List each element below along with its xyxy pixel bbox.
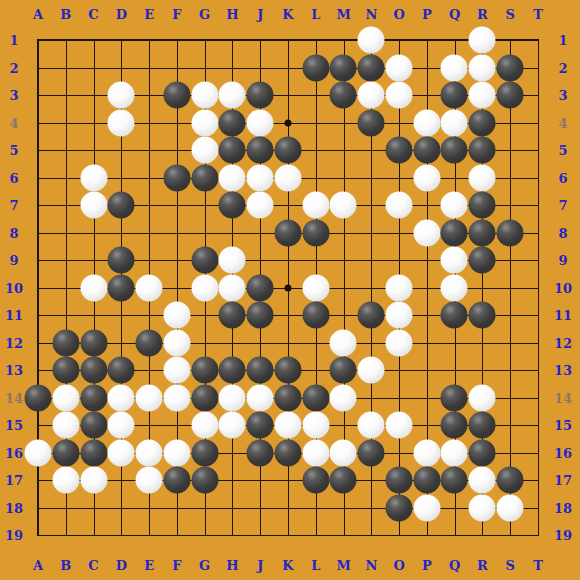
- intersection-O6[interactable]: [385, 164, 413, 192]
- intersection-T7[interactable]: [524, 191, 552, 219]
- intersection-P9[interactable]: [413, 246, 441, 274]
- intersection-P12[interactable]: [413, 329, 441, 357]
- intersection-H2[interactable]: [218, 54, 246, 82]
- intersection-L5[interactable]: [302, 136, 330, 164]
- intersection-N3[interactable]: [357, 81, 385, 109]
- intersection-D5[interactable]: [107, 136, 135, 164]
- intersection-D9[interactable]: [107, 246, 135, 274]
- intersection-O16[interactable]: [385, 439, 413, 467]
- intersection-K18[interactable]: [274, 494, 302, 522]
- intersection-T13[interactable]: [524, 356, 552, 384]
- intersection-R7[interactable]: [468, 191, 496, 219]
- intersection-F8[interactable]: [163, 219, 191, 247]
- intersection-G5[interactable]: [191, 136, 219, 164]
- intersection-C19[interactable]: [80, 521, 108, 549]
- intersection-L14[interactable]: [302, 384, 330, 412]
- intersection-Q9[interactable]: [441, 246, 469, 274]
- intersection-C1[interactable]: [80, 26, 108, 54]
- intersection-A3[interactable]: [24, 81, 52, 109]
- intersection-S16[interactable]: [496, 439, 524, 467]
- intersection-M1[interactable]: [330, 26, 358, 54]
- intersection-E7[interactable]: [135, 191, 163, 219]
- intersection-S7[interactable]: [496, 191, 524, 219]
- intersection-B7[interactable]: [52, 191, 80, 219]
- intersection-G14[interactable]: [191, 384, 219, 412]
- intersection-Q2[interactable]: [441, 54, 469, 82]
- intersection-N17[interactable]: [357, 466, 385, 494]
- intersection-G11[interactable]: [191, 301, 219, 329]
- intersection-D17[interactable]: [107, 466, 135, 494]
- intersection-Q11[interactable]: [441, 301, 469, 329]
- intersection-N15[interactable]: [357, 411, 385, 439]
- intersection-Q16[interactable]: [441, 439, 469, 467]
- intersection-J10[interactable]: [246, 274, 274, 302]
- intersection-R6[interactable]: [468, 164, 496, 192]
- intersection-M11[interactable]: [330, 301, 358, 329]
- intersection-L16[interactable]: [302, 439, 330, 467]
- intersection-Q19[interactable]: [441, 521, 469, 549]
- intersection-L12[interactable]: [302, 329, 330, 357]
- intersection-S5[interactable]: [496, 136, 524, 164]
- intersection-C15[interactable]: [80, 411, 108, 439]
- intersection-B13[interactable]: [52, 356, 80, 384]
- intersection-L8[interactable]: [302, 219, 330, 247]
- intersection-J6[interactable]: [246, 164, 274, 192]
- intersection-M17[interactable]: [330, 466, 358, 494]
- intersection-N18[interactable]: [357, 494, 385, 522]
- intersection-E3[interactable]: [135, 81, 163, 109]
- intersection-K10[interactable]: [274, 274, 302, 302]
- intersection-J3[interactable]: [246, 81, 274, 109]
- intersection-P8[interactable]: [413, 219, 441, 247]
- intersection-F18[interactable]: [163, 494, 191, 522]
- intersection-E13[interactable]: [135, 356, 163, 384]
- intersection-H19[interactable]: [218, 521, 246, 549]
- intersection-T1[interactable]: [524, 26, 552, 54]
- intersection-B5[interactable]: [52, 136, 80, 164]
- intersection-K9[interactable]: [274, 246, 302, 274]
- intersection-H12[interactable]: [218, 329, 246, 357]
- intersection-L2[interactable]: [302, 54, 330, 82]
- intersection-E14[interactable]: [135, 384, 163, 412]
- intersection-K7[interactable]: [274, 191, 302, 219]
- intersection-M10[interactable]: [330, 274, 358, 302]
- intersection-J11[interactable]: [246, 301, 274, 329]
- intersection-J2[interactable]: [246, 54, 274, 82]
- intersection-F17[interactable]: [163, 466, 191, 494]
- intersection-O4[interactable]: [385, 109, 413, 137]
- intersection-A19[interactable]: [24, 521, 52, 549]
- intersection-S3[interactable]: [496, 81, 524, 109]
- intersection-T2[interactable]: [524, 54, 552, 82]
- intersection-D13[interactable]: [107, 356, 135, 384]
- intersection-E9[interactable]: [135, 246, 163, 274]
- intersection-R18[interactable]: [468, 494, 496, 522]
- intersection-K3[interactable]: [274, 81, 302, 109]
- intersection-R5[interactable]: [468, 136, 496, 164]
- intersection-A13[interactable]: [24, 356, 52, 384]
- intersection-C18[interactable]: [80, 494, 108, 522]
- intersection-O11[interactable]: [385, 301, 413, 329]
- intersection-K17[interactable]: [274, 466, 302, 494]
- intersection-S9[interactable]: [496, 246, 524, 274]
- intersection-D14[interactable]: [107, 384, 135, 412]
- intersection-F15[interactable]: [163, 411, 191, 439]
- intersection-M12[interactable]: [330, 329, 358, 357]
- intersection-T11[interactable]: [524, 301, 552, 329]
- intersection-O14[interactable]: [385, 384, 413, 412]
- intersection-R12[interactable]: [468, 329, 496, 357]
- intersection-G4[interactable]: [191, 109, 219, 137]
- intersection-M13[interactable]: [330, 356, 358, 384]
- intersection-N4[interactable]: [357, 109, 385, 137]
- intersection-K14[interactable]: [274, 384, 302, 412]
- intersection-O19[interactable]: [385, 521, 413, 549]
- intersection-R4[interactable]: [468, 109, 496, 137]
- intersection-T3[interactable]: [524, 81, 552, 109]
- intersection-A4[interactable]: [24, 109, 52, 137]
- intersection-H16[interactable]: [218, 439, 246, 467]
- intersection-R8[interactable]: [468, 219, 496, 247]
- intersection-C12[interactable]: [80, 329, 108, 357]
- intersection-B10[interactable]: [52, 274, 80, 302]
- intersection-N19[interactable]: [357, 521, 385, 549]
- intersection-R10[interactable]: [468, 274, 496, 302]
- intersection-L13[interactable]: [302, 356, 330, 384]
- intersection-J7[interactable]: [246, 191, 274, 219]
- intersection-K16[interactable]: [274, 439, 302, 467]
- intersection-B6[interactable]: [52, 164, 80, 192]
- intersection-S10[interactable]: [496, 274, 524, 302]
- intersection-C8[interactable]: [80, 219, 108, 247]
- intersection-S14[interactable]: [496, 384, 524, 412]
- intersection-R3[interactable]: [468, 81, 496, 109]
- intersection-G13[interactable]: [191, 356, 219, 384]
- intersection-Q8[interactable]: [441, 219, 469, 247]
- intersection-A8[interactable]: [24, 219, 52, 247]
- intersection-O12[interactable]: [385, 329, 413, 357]
- intersection-M19[interactable]: [330, 521, 358, 549]
- intersection-S6[interactable]: [496, 164, 524, 192]
- intersection-D10[interactable]: [107, 274, 135, 302]
- intersection-B15[interactable]: [52, 411, 80, 439]
- intersection-P2[interactable]: [413, 54, 441, 82]
- intersection-O1[interactable]: [385, 26, 413, 54]
- intersection-L3[interactable]: [302, 81, 330, 109]
- intersection-Q5[interactable]: [441, 136, 469, 164]
- intersection-E19[interactable]: [135, 521, 163, 549]
- intersection-M16[interactable]: [330, 439, 358, 467]
- intersection-F9[interactable]: [163, 246, 191, 274]
- intersection-Q3[interactable]: [441, 81, 469, 109]
- intersection-B18[interactable]: [52, 494, 80, 522]
- intersection-S4[interactable]: [496, 109, 524, 137]
- intersection-P6[interactable]: [413, 164, 441, 192]
- intersection-N1[interactable]: [357, 26, 385, 54]
- intersection-C17[interactable]: [80, 466, 108, 494]
- intersection-S18[interactable]: [496, 494, 524, 522]
- intersection-K15[interactable]: [274, 411, 302, 439]
- intersection-E12[interactable]: [135, 329, 163, 357]
- intersection-J9[interactable]: [246, 246, 274, 274]
- intersection-D4[interactable]: [107, 109, 135, 137]
- intersection-K4[interactable]: [274, 109, 302, 137]
- intersection-S8[interactable]: [496, 219, 524, 247]
- intersection-F2[interactable]: [163, 54, 191, 82]
- intersection-M4[interactable]: [330, 109, 358, 137]
- intersection-G9[interactable]: [191, 246, 219, 274]
- intersection-A18[interactable]: [24, 494, 52, 522]
- intersection-P11[interactable]: [413, 301, 441, 329]
- intersection-F1[interactable]: [163, 26, 191, 54]
- intersection-T19[interactable]: [524, 521, 552, 549]
- intersection-J13[interactable]: [246, 356, 274, 384]
- intersection-H15[interactable]: [218, 411, 246, 439]
- intersection-J19[interactable]: [246, 521, 274, 549]
- intersection-Q12[interactable]: [441, 329, 469, 357]
- intersection-G6[interactable]: [191, 164, 219, 192]
- intersection-M18[interactable]: [330, 494, 358, 522]
- intersection-A5[interactable]: [24, 136, 52, 164]
- intersection-A16[interactable]: [24, 439, 52, 467]
- intersection-L1[interactable]: [302, 26, 330, 54]
- intersection-A10[interactable]: [24, 274, 52, 302]
- intersection-O5[interactable]: [385, 136, 413, 164]
- intersection-R9[interactable]: [468, 246, 496, 274]
- intersection-L19[interactable]: [302, 521, 330, 549]
- intersection-K12[interactable]: [274, 329, 302, 357]
- intersection-E4[interactable]: [135, 109, 163, 137]
- intersection-D3[interactable]: [107, 81, 135, 109]
- intersection-O18[interactable]: [385, 494, 413, 522]
- intersection-C10[interactable]: [80, 274, 108, 302]
- intersection-T15[interactable]: [524, 411, 552, 439]
- intersection-Q17[interactable]: [441, 466, 469, 494]
- intersection-T14[interactable]: [524, 384, 552, 412]
- intersection-L18[interactable]: [302, 494, 330, 522]
- intersection-K11[interactable]: [274, 301, 302, 329]
- intersection-J8[interactable]: [246, 219, 274, 247]
- intersection-H3[interactable]: [218, 81, 246, 109]
- intersection-G19[interactable]: [191, 521, 219, 549]
- intersection-A15[interactable]: [24, 411, 52, 439]
- intersection-T5[interactable]: [524, 136, 552, 164]
- intersection-T18[interactable]: [524, 494, 552, 522]
- intersection-B2[interactable]: [52, 54, 80, 82]
- intersection-O2[interactable]: [385, 54, 413, 82]
- intersection-C2[interactable]: [80, 54, 108, 82]
- intersection-G8[interactable]: [191, 219, 219, 247]
- intersection-M15[interactable]: [330, 411, 358, 439]
- intersection-H11[interactable]: [218, 301, 246, 329]
- intersection-B4[interactable]: [52, 109, 80, 137]
- intersection-P16[interactable]: [413, 439, 441, 467]
- intersection-J4[interactable]: [246, 109, 274, 137]
- intersection-S13[interactable]: [496, 356, 524, 384]
- intersection-A2[interactable]: [24, 54, 52, 82]
- intersection-H9[interactable]: [218, 246, 246, 274]
- intersection-S1[interactable]: [496, 26, 524, 54]
- intersection-N2[interactable]: [357, 54, 385, 82]
- intersection-Q6[interactable]: [441, 164, 469, 192]
- intersection-M3[interactable]: [330, 81, 358, 109]
- intersection-E1[interactable]: [135, 26, 163, 54]
- intersection-R16[interactable]: [468, 439, 496, 467]
- intersection-E8[interactable]: [135, 219, 163, 247]
- intersection-R2[interactable]: [468, 54, 496, 82]
- intersection-K8[interactable]: [274, 219, 302, 247]
- intersection-L17[interactable]: [302, 466, 330, 494]
- intersection-E15[interactable]: [135, 411, 163, 439]
- intersection-G10[interactable]: [191, 274, 219, 302]
- intersection-M8[interactable]: [330, 219, 358, 247]
- intersection-F4[interactable]: [163, 109, 191, 137]
- intersection-P7[interactable]: [413, 191, 441, 219]
- intersection-A17[interactable]: [24, 466, 52, 494]
- intersection-G15[interactable]: [191, 411, 219, 439]
- intersection-K5[interactable]: [274, 136, 302, 164]
- intersection-R17[interactable]: [468, 466, 496, 494]
- intersection-D1[interactable]: [107, 26, 135, 54]
- intersection-S15[interactable]: [496, 411, 524, 439]
- intersection-E16[interactable]: [135, 439, 163, 467]
- intersection-T6[interactable]: [524, 164, 552, 192]
- intersection-M7[interactable]: [330, 191, 358, 219]
- intersection-F7[interactable]: [163, 191, 191, 219]
- intersection-L4[interactable]: [302, 109, 330, 137]
- intersection-L15[interactable]: [302, 411, 330, 439]
- intersection-B11[interactable]: [52, 301, 80, 329]
- intersection-T10[interactable]: [524, 274, 552, 302]
- intersection-J15[interactable]: [246, 411, 274, 439]
- intersection-O10[interactable]: [385, 274, 413, 302]
- intersection-D8[interactable]: [107, 219, 135, 247]
- intersection-N12[interactable]: [357, 329, 385, 357]
- intersection-B3[interactable]: [52, 81, 80, 109]
- intersection-J5[interactable]: [246, 136, 274, 164]
- intersection-P3[interactable]: [413, 81, 441, 109]
- intersection-C5[interactable]: [80, 136, 108, 164]
- intersection-R15[interactable]: [468, 411, 496, 439]
- intersection-C7[interactable]: [80, 191, 108, 219]
- intersection-K19[interactable]: [274, 521, 302, 549]
- intersection-N6[interactable]: [357, 164, 385, 192]
- intersection-F19[interactable]: [163, 521, 191, 549]
- intersection-F14[interactable]: [163, 384, 191, 412]
- intersection-Q13[interactable]: [441, 356, 469, 384]
- intersection-G3[interactable]: [191, 81, 219, 109]
- intersection-O7[interactable]: [385, 191, 413, 219]
- intersection-S2[interactable]: [496, 54, 524, 82]
- intersection-A6[interactable]: [24, 164, 52, 192]
- intersection-L10[interactable]: [302, 274, 330, 302]
- intersection-K13[interactable]: [274, 356, 302, 384]
- intersection-P17[interactable]: [413, 466, 441, 494]
- intersection-J14[interactable]: [246, 384, 274, 412]
- intersection-H6[interactable]: [218, 164, 246, 192]
- intersection-P1[interactable]: [413, 26, 441, 54]
- intersection-M9[interactable]: [330, 246, 358, 274]
- intersection-F5[interactable]: [163, 136, 191, 164]
- intersection-D19[interactable]: [107, 521, 135, 549]
- intersection-B14[interactable]: [52, 384, 80, 412]
- intersection-A7[interactable]: [24, 191, 52, 219]
- intersection-D11[interactable]: [107, 301, 135, 329]
- intersection-G17[interactable]: [191, 466, 219, 494]
- intersection-C9[interactable]: [80, 246, 108, 274]
- intersection-N8[interactable]: [357, 219, 385, 247]
- intersection-L6[interactable]: [302, 164, 330, 192]
- intersection-P5[interactable]: [413, 136, 441, 164]
- intersection-T4[interactable]: [524, 109, 552, 137]
- intersection-Q7[interactable]: [441, 191, 469, 219]
- intersection-E10[interactable]: [135, 274, 163, 302]
- intersection-G12[interactable]: [191, 329, 219, 357]
- intersection-S19[interactable]: [496, 521, 524, 549]
- intersection-N16[interactable]: [357, 439, 385, 467]
- intersection-R13[interactable]: [468, 356, 496, 384]
- intersection-D18[interactable]: [107, 494, 135, 522]
- intersection-H17[interactable]: [218, 466, 246, 494]
- intersection-P19[interactable]: [413, 521, 441, 549]
- intersection-P4[interactable]: [413, 109, 441, 137]
- intersection-N11[interactable]: [357, 301, 385, 329]
- intersection-C13[interactable]: [80, 356, 108, 384]
- intersection-B19[interactable]: [52, 521, 80, 549]
- intersection-O9[interactable]: [385, 246, 413, 274]
- intersection-M2[interactable]: [330, 54, 358, 82]
- intersection-Q15[interactable]: [441, 411, 469, 439]
- intersection-B9[interactable]: [52, 246, 80, 274]
- intersection-G1[interactable]: [191, 26, 219, 54]
- intersection-Q14[interactable]: [441, 384, 469, 412]
- intersection-R19[interactable]: [468, 521, 496, 549]
- intersection-E2[interactable]: [135, 54, 163, 82]
- intersection-R1[interactable]: [468, 26, 496, 54]
- intersection-H18[interactable]: [218, 494, 246, 522]
- intersection-H13[interactable]: [218, 356, 246, 384]
- intersection-N9[interactable]: [357, 246, 385, 274]
- intersection-O8[interactable]: [385, 219, 413, 247]
- intersection-J12[interactable]: [246, 329, 274, 357]
- intersection-K1[interactable]: [274, 26, 302, 54]
- intersection-A11[interactable]: [24, 301, 52, 329]
- intersection-P13[interactable]: [413, 356, 441, 384]
- intersection-T12[interactable]: [524, 329, 552, 357]
- intersection-P15[interactable]: [413, 411, 441, 439]
- intersection-H10[interactable]: [218, 274, 246, 302]
- intersection-K2[interactable]: [274, 54, 302, 82]
- intersection-H8[interactable]: [218, 219, 246, 247]
- intersection-B8[interactable]: [52, 219, 80, 247]
- intersection-R14[interactable]: [468, 384, 496, 412]
- intersection-L9[interactable]: [302, 246, 330, 274]
- intersection-C4[interactable]: [80, 109, 108, 137]
- intersection-B16[interactable]: [52, 439, 80, 467]
- intersection-E11[interactable]: [135, 301, 163, 329]
- intersection-F13[interactable]: [163, 356, 191, 384]
- intersection-Q1[interactable]: [441, 26, 469, 54]
- intersection-A1[interactable]: [24, 26, 52, 54]
- intersection-D15[interactable]: [107, 411, 135, 439]
- intersection-D2[interactable]: [107, 54, 135, 82]
- intersection-D7[interactable]: [107, 191, 135, 219]
- intersection-F12[interactable]: [163, 329, 191, 357]
- intersection-K6[interactable]: [274, 164, 302, 192]
- intersection-O15[interactable]: [385, 411, 413, 439]
- intersection-P14[interactable]: [413, 384, 441, 412]
- intersection-J17[interactable]: [246, 466, 274, 494]
